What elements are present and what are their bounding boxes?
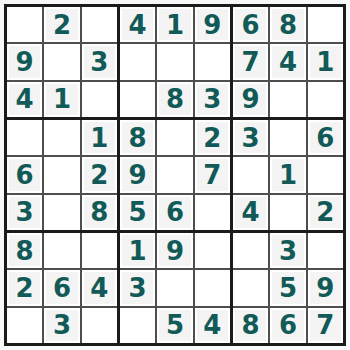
sudoku-cell[interactable] bbox=[195, 195, 230, 230]
sudoku-cell[interactable] bbox=[195, 233, 230, 268]
sudoku-cell[interactable]: 1 bbox=[157, 7, 192, 42]
sudoku-cell[interactable] bbox=[44, 157, 79, 192]
sudoku-cell[interactable]: 8 bbox=[120, 120, 155, 155]
sudoku-cell[interactable]: 5 bbox=[270, 270, 305, 305]
sudoku-cell[interactable]: 8 bbox=[233, 308, 268, 343]
sudoku-cell[interactable]: 4 bbox=[270, 44, 305, 79]
sudoku-cell[interactable]: 1 bbox=[308, 44, 343, 79]
sudoku-cell[interactable] bbox=[308, 157, 343, 192]
sudoku-cell[interactable]: 8 bbox=[157, 82, 192, 117]
sudoku-cell[interactable]: 6 bbox=[44, 270, 79, 305]
sudoku-cell[interactable]: 3 bbox=[195, 82, 230, 117]
sudoku-cell[interactable]: 4 bbox=[195, 308, 230, 343]
sudoku-cell[interactable] bbox=[270, 82, 305, 117]
sudoku-cell[interactable]: 8 bbox=[270, 7, 305, 42]
sudoku-cell[interactable]: 6 bbox=[308, 120, 343, 155]
sudoku-cell[interactable] bbox=[44, 195, 79, 230]
sudoku-cell[interactable] bbox=[233, 157, 268, 192]
sudoku-cell[interactable]: 8 bbox=[82, 195, 117, 230]
sudoku-cell[interactable] bbox=[308, 7, 343, 42]
sudoku-cell[interactable] bbox=[82, 233, 117, 268]
sudoku-cell[interactable]: 3 bbox=[270, 233, 305, 268]
sudoku-cell[interactable]: 8 bbox=[7, 233, 42, 268]
sudoku-cell[interactable]: 9 bbox=[195, 7, 230, 42]
sudoku-cell[interactable] bbox=[233, 270, 268, 305]
sudoku-cell[interactable] bbox=[7, 7, 42, 42]
sudoku-box: 829756 bbox=[120, 120, 230, 230]
sudoku-cell[interactable] bbox=[157, 44, 192, 79]
sudoku-cell[interactable] bbox=[120, 44, 155, 79]
sudoku-cell[interactable]: 9 bbox=[233, 82, 268, 117]
sudoku-cell[interactable]: 9 bbox=[308, 270, 343, 305]
sudoku-cell[interactable] bbox=[195, 270, 230, 305]
sudoku-cell[interactable] bbox=[270, 120, 305, 155]
sudoku-box: 359867 bbox=[233, 233, 343, 343]
sudoku-board: 29341 41983 687419 16238 829756 36142 82… bbox=[4, 4, 346, 346]
sudoku-cell[interactable] bbox=[308, 233, 343, 268]
sudoku-cell[interactable]: 6 bbox=[270, 308, 305, 343]
sudoku-box: 41983 bbox=[120, 7, 230, 117]
sudoku-cell[interactable]: 2 bbox=[7, 270, 42, 305]
sudoku-cell[interactable] bbox=[7, 308, 42, 343]
sudoku-box: 36142 bbox=[233, 120, 343, 230]
sudoku-cell[interactable] bbox=[157, 270, 192, 305]
sudoku-cell[interactable]: 3 bbox=[82, 44, 117, 79]
sudoku-cell[interactable]: 9 bbox=[7, 44, 42, 79]
sudoku-cell[interactable]: 4 bbox=[7, 82, 42, 117]
sudoku-cell[interactable]: 3 bbox=[233, 120, 268, 155]
sudoku-cell[interactable]: 4 bbox=[120, 7, 155, 42]
sudoku-cell[interactable]: 3 bbox=[120, 270, 155, 305]
sudoku-cell[interactable]: 7 bbox=[195, 157, 230, 192]
sudoku-cell[interactable]: 7 bbox=[233, 44, 268, 79]
sudoku-cell[interactable]: 3 bbox=[7, 195, 42, 230]
sudoku-cell[interactable] bbox=[44, 120, 79, 155]
sudoku-cell[interactable] bbox=[120, 308, 155, 343]
sudoku-cell[interactable] bbox=[82, 308, 117, 343]
sudoku-cell[interactable]: 2 bbox=[308, 195, 343, 230]
sudoku-cell[interactable] bbox=[44, 44, 79, 79]
sudoku-cell[interactable] bbox=[82, 82, 117, 117]
sudoku-cell[interactable]: 1 bbox=[120, 233, 155, 268]
sudoku-box: 82643 bbox=[7, 233, 117, 343]
sudoku-cell[interactable]: 5 bbox=[120, 195, 155, 230]
sudoku-cell[interactable]: 4 bbox=[233, 195, 268, 230]
sudoku-cell[interactable]: 5 bbox=[157, 308, 192, 343]
sudoku-cell[interactable]: 6 bbox=[157, 195, 192, 230]
sudoku-cell[interactable]: 3 bbox=[44, 308, 79, 343]
sudoku-box: 16238 bbox=[7, 120, 117, 230]
sudoku-cell[interactable]: 2 bbox=[195, 120, 230, 155]
sudoku-cell[interactable]: 2 bbox=[44, 7, 79, 42]
sudoku-cell[interactable] bbox=[44, 233, 79, 268]
sudoku-cell[interactable]: 2 bbox=[82, 157, 117, 192]
sudoku-cell[interactable] bbox=[195, 44, 230, 79]
sudoku-cell[interactable]: 7 bbox=[308, 308, 343, 343]
sudoku-cell[interactable] bbox=[308, 82, 343, 117]
sudoku-cell[interactable]: 6 bbox=[7, 157, 42, 192]
sudoku-cell[interactable]: 4 bbox=[82, 270, 117, 305]
sudoku-cell[interactable]: 1 bbox=[270, 157, 305, 192]
sudoku-cell[interactable]: 1 bbox=[44, 82, 79, 117]
sudoku-cell[interactable] bbox=[157, 157, 192, 192]
sudoku-box: 29341 bbox=[7, 7, 117, 117]
sudoku-cell[interactable]: 6 bbox=[233, 7, 268, 42]
sudoku-cell[interactable]: 1 bbox=[82, 120, 117, 155]
sudoku-cell[interactable] bbox=[157, 120, 192, 155]
sudoku-box: 687419 bbox=[233, 7, 343, 117]
sudoku-cell[interactable]: 9 bbox=[120, 157, 155, 192]
sudoku-box: 19354 bbox=[120, 233, 230, 343]
sudoku-cell[interactable] bbox=[7, 120, 42, 155]
sudoku-cell[interactable]: 9 bbox=[157, 233, 192, 268]
sudoku-cell[interactable] bbox=[82, 7, 117, 42]
sudoku-cell[interactable] bbox=[120, 82, 155, 117]
sudoku-cell[interactable] bbox=[270, 195, 305, 230]
sudoku-cell[interactable] bbox=[233, 233, 268, 268]
